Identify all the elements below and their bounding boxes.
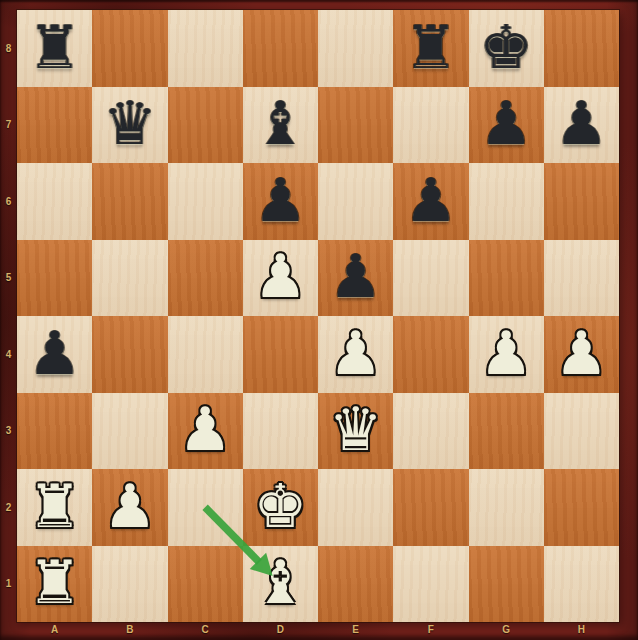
square-d4[interactable] (243, 316, 318, 393)
square-f4[interactable] (393, 316, 468, 393)
square-a3[interactable] (17, 393, 92, 470)
piece-black-king[interactable]: ♚ (479, 17, 533, 77)
rank-label-7: 7 (0, 87, 17, 164)
square-f3[interactable] (393, 393, 468, 470)
square-a7[interactable] (17, 87, 92, 164)
square-b7[interactable]: ♛ (92, 87, 167, 164)
square-g2[interactable] (469, 469, 544, 546)
square-e6[interactable] (318, 163, 393, 240)
square-d7[interactable]: ♝ (243, 87, 318, 164)
piece-white-queen[interactable]: ♛ (329, 399, 383, 459)
file-label-e: E (318, 621, 393, 640)
file-label-g: G (469, 621, 544, 640)
piece-black-rook[interactable]: ♜ (404, 17, 458, 77)
square-f5[interactable] (393, 240, 468, 317)
chess-app: 87654321 ♜♜♚♛♝♟♟♟♟♟♟♟♟♟♟♟♛♜♟♚♜♝ ABCDEFGH (0, 0, 638, 640)
square-h1[interactable] (544, 546, 619, 623)
square-g5[interactable] (469, 240, 544, 317)
square-h8[interactable] (544, 10, 619, 87)
piece-black-rook[interactable]: ♜ (28, 17, 82, 77)
piece-white-rook[interactable]: ♜ (28, 552, 82, 612)
piece-white-pawn[interactable]: ♟ (479, 323, 533, 383)
square-g1[interactable] (469, 546, 544, 623)
board-frame: 87654321 ♜♜♚♛♝♟♟♟♟♟♟♟♟♟♟♟♛♜♟♚♜♝ ABCDEFGH (0, 0, 638, 640)
square-b6[interactable] (92, 163, 167, 240)
piece-black-pawn[interactable]: ♟ (554, 93, 608, 153)
file-labels: ABCDEFGH (17, 621, 619, 640)
rank-label-6: 6 (0, 163, 17, 240)
square-c4[interactable] (168, 316, 243, 393)
square-h2[interactable] (544, 469, 619, 546)
square-a4[interactable]: ♟ (17, 316, 92, 393)
piece-black-pawn[interactable]: ♟ (479, 93, 533, 153)
piece-white-pawn[interactable]: ♟ (253, 246, 307, 306)
piece-black-queen[interactable]: ♛ (103, 93, 157, 153)
square-h4[interactable]: ♟ (544, 316, 619, 393)
square-e1[interactable] (318, 546, 393, 623)
square-d8[interactable] (243, 10, 318, 87)
piece-black-pawn[interactable]: ♟ (404, 170, 458, 230)
square-b8[interactable] (92, 10, 167, 87)
square-g8[interactable]: ♚ (469, 10, 544, 87)
square-g6[interactable] (469, 163, 544, 240)
square-a6[interactable] (17, 163, 92, 240)
piece-black-bishop[interactable]: ♝ (253, 93, 307, 153)
file-label-d: D (243, 621, 318, 640)
square-c6[interactable] (168, 163, 243, 240)
square-c7[interactable] (168, 87, 243, 164)
piece-white-pawn[interactable]: ♟ (329, 323, 383, 383)
piece-black-pawn[interactable]: ♟ (28, 323, 82, 383)
square-f1[interactable] (393, 546, 468, 623)
square-e4[interactable]: ♟ (318, 316, 393, 393)
square-e7[interactable] (318, 87, 393, 164)
square-e5[interactable]: ♟ (318, 240, 393, 317)
square-e2[interactable] (318, 469, 393, 546)
piece-white-king[interactable]: ♚ (253, 476, 307, 536)
rank-labels: 87654321 (0, 10, 17, 622)
square-h6[interactable] (544, 163, 619, 240)
square-b5[interactable] (92, 240, 167, 317)
square-e3[interactable]: ♛ (318, 393, 393, 470)
square-e8[interactable] (318, 10, 393, 87)
file-label-c: C (168, 621, 243, 640)
piece-black-pawn[interactable]: ♟ (329, 246, 383, 306)
rank-label-4: 4 (0, 316, 17, 393)
piece-white-pawn[interactable]: ♟ (103, 476, 157, 536)
rank-label-5: 5 (0, 240, 17, 317)
chess-board: ♜♜♚♛♝♟♟♟♟♟♟♟♟♟♟♟♛♜♟♚♜♝ (17, 10, 619, 622)
square-h7[interactable]: ♟ (544, 87, 619, 164)
square-d5[interactable]: ♟ (243, 240, 318, 317)
file-label-f: F (393, 621, 468, 640)
square-d1[interactable]: ♝ (243, 546, 318, 623)
square-f8[interactable]: ♜ (393, 10, 468, 87)
square-d6[interactable]: ♟ (243, 163, 318, 240)
rank-label-1: 1 (0, 546, 17, 623)
square-g4[interactable]: ♟ (469, 316, 544, 393)
square-h5[interactable] (544, 240, 619, 317)
square-c2[interactable] (168, 469, 243, 546)
square-c3[interactable]: ♟ (168, 393, 243, 470)
file-label-h: H (544, 621, 619, 640)
square-b1[interactable] (92, 546, 167, 623)
square-c5[interactable] (168, 240, 243, 317)
square-d2[interactable]: ♚ (243, 469, 318, 546)
square-h3[interactable] (544, 393, 619, 470)
rank-label-3: 3 (0, 393, 17, 470)
square-f2[interactable] (393, 469, 468, 546)
square-a5[interactable] (17, 240, 92, 317)
square-a2[interactable]: ♜ (17, 469, 92, 546)
square-f7[interactable] (393, 87, 468, 164)
piece-white-bishop[interactable]: ♝ (253, 552, 307, 612)
square-c1[interactable] (168, 546, 243, 623)
square-a8[interactable]: ♜ (17, 10, 92, 87)
piece-black-pawn[interactable]: ♟ (253, 170, 307, 230)
file-label-b: B (92, 621, 167, 640)
square-a1[interactable]: ♜ (17, 546, 92, 623)
square-b3[interactable] (92, 393, 167, 470)
square-d3[interactable] (243, 393, 318, 470)
piece-white-rook[interactable]: ♜ (28, 476, 82, 536)
piece-white-pawn[interactable]: ♟ (178, 399, 232, 459)
square-f6[interactable]: ♟ (393, 163, 468, 240)
square-g3[interactable] (469, 393, 544, 470)
square-b4[interactable] (92, 316, 167, 393)
square-c8[interactable] (168, 10, 243, 87)
square-g7[interactable]: ♟ (469, 87, 544, 164)
rank-label-8: 8 (0, 10, 17, 87)
piece-white-pawn[interactable]: ♟ (554, 323, 608, 383)
rank-label-2: 2 (0, 469, 17, 546)
file-label-a: A (17, 621, 92, 640)
square-b2[interactable]: ♟ (92, 469, 167, 546)
